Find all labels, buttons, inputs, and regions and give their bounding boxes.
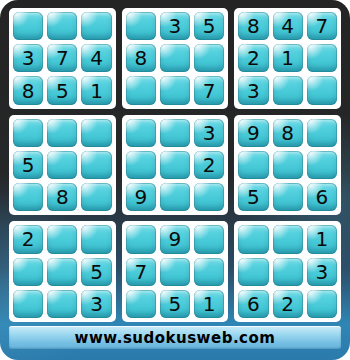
cell-r9c7[interactable]: 6: [238, 290, 268, 318]
cell-r2c1[interactable]: 3: [13, 44, 43, 72]
cell-r5c5[interactable]: [160, 151, 190, 179]
cell-value: 5: [90, 262, 103, 282]
cell-r2c5[interactable]: [160, 44, 190, 72]
cell-value: 3: [22, 48, 35, 68]
cell-r1c5[interactable]: 3: [160, 12, 190, 40]
cell-r7c1[interactable]: 2: [13, 225, 43, 253]
cell-value: 6: [247, 294, 260, 314]
cell-value: 2: [22, 229, 35, 249]
cell-r1c7[interactable]: 8: [238, 12, 268, 40]
cell-value: 7: [56, 48, 69, 68]
cell-r2c9[interactable]: [307, 44, 337, 72]
cell-value: 7: [134, 262, 147, 282]
cell-r5c8[interactable]: [273, 151, 303, 179]
cell-r7c6[interactable]: [194, 225, 224, 253]
cell-value: 3: [169, 16, 182, 36]
block-6: 9856: [234, 115, 341, 216]
block-9: 1362: [234, 221, 341, 322]
block-2: 3587: [122, 8, 229, 109]
cell-r8c1[interactable]: [13, 258, 43, 286]
cell-r4c4[interactable]: [126, 119, 156, 147]
block-3: 847213: [234, 8, 341, 109]
cell-r5c9[interactable]: [307, 151, 337, 179]
cell-value: 8: [134, 48, 147, 68]
cell-r7c5[interactable]: 9: [160, 225, 190, 253]
cell-value: 4: [90, 48, 103, 68]
cell-r9c9[interactable]: [307, 290, 337, 318]
cell-r3c2[interactable]: 5: [47, 76, 77, 104]
cell-r8c8[interactable]: [273, 258, 303, 286]
cell-r8c7[interactable]: [238, 258, 268, 286]
cell-value: 5: [22, 155, 35, 175]
block-1: 374851: [9, 8, 116, 109]
block-8: 9751: [122, 221, 229, 322]
cell-value: 2: [281, 294, 294, 314]
cell-r4c6[interactable]: 3: [194, 119, 224, 147]
cell-r3c6[interactable]: 7: [194, 76, 224, 104]
cell-value: 7: [316, 16, 329, 36]
cell-r7c7[interactable]: [238, 225, 268, 253]
cell-r8c9[interactable]: 3: [307, 258, 337, 286]
cell-r6c5[interactable]: [160, 183, 190, 211]
cell-r9c2[interactable]: [47, 290, 77, 318]
cell-r9c8[interactable]: 2: [273, 290, 303, 318]
cell-r4c7[interactable]: 9: [238, 119, 268, 147]
cell-r6c8[interactable]: [273, 183, 303, 211]
cell-r7c9[interactable]: 1: [307, 225, 337, 253]
cell-r8c2[interactable]: [47, 258, 77, 286]
cell-value: 1: [203, 294, 216, 314]
cell-r1c6[interactable]: 5: [194, 12, 224, 40]
cell-r4c8[interactable]: 8: [273, 119, 303, 147]
footer-bar: www.sudokusweb.com: [9, 326, 341, 349]
cell-r1c4[interactable]: [126, 12, 156, 40]
cell-r6c4[interactable]: 9: [126, 183, 156, 211]
cell-value: 1: [316, 229, 329, 249]
cell-r9c4[interactable]: [126, 290, 156, 318]
cell-r2c7[interactable]: 2: [238, 44, 268, 72]
cell-r9c5[interactable]: 5: [160, 290, 190, 318]
cell-r6c1[interactable]: [13, 183, 43, 211]
cell-r2c3[interactable]: 4: [81, 44, 111, 72]
cell-r7c2[interactable]: [47, 225, 77, 253]
cell-r7c3[interactable]: [81, 225, 111, 253]
cell-r3c7[interactable]: 3: [238, 76, 268, 104]
cell-r8c3[interactable]: 5: [81, 258, 111, 286]
cell-value: 5: [56, 81, 69, 101]
cell-value: 8: [281, 123, 294, 143]
cell-r3c3[interactable]: 1: [81, 76, 111, 104]
sudoku-board: 374851358784721358329985625397511362: [9, 8, 341, 322]
block-7: 253: [9, 221, 116, 322]
cell-value: 2: [203, 155, 216, 175]
cell-r3c9[interactable]: [307, 76, 337, 104]
site-link[interactable]: www.sudokusweb.com: [75, 329, 276, 347]
cell-value: 6: [316, 187, 329, 207]
cell-value: 9: [134, 187, 147, 207]
cell-r6c2[interactable]: 8: [47, 183, 77, 211]
cell-r3c4[interactable]: [126, 76, 156, 104]
cell-value: 3: [316, 262, 329, 282]
cell-r5c2[interactable]: [47, 151, 77, 179]
cell-r1c3[interactable]: [81, 12, 111, 40]
cell-r5c7[interactable]: [238, 151, 268, 179]
cell-value: 5: [247, 187, 260, 207]
cell-r8c5[interactable]: [160, 258, 190, 286]
cell-r5c1[interactable]: 5: [13, 151, 43, 179]
sudoku-widget: 374851358784721358329985625397511362 www…: [0, 0, 350, 360]
cell-value: 3: [203, 123, 216, 143]
cell-r4c2[interactable]: [47, 119, 77, 147]
cell-value: 8: [247, 16, 260, 36]
cell-value: 2: [247, 48, 260, 68]
cell-r4c9[interactable]: [307, 119, 337, 147]
cell-r4c5[interactable]: [160, 119, 190, 147]
cell-r1c9[interactable]: 7: [307, 12, 337, 40]
cell-value: 1: [90, 81, 103, 101]
cell-r5c4[interactable]: [126, 151, 156, 179]
cell-value: 1: [281, 48, 294, 68]
cell-r2c6[interactable]: [194, 44, 224, 72]
cell-value: 5: [169, 294, 182, 314]
cell-r1c2[interactable]: [47, 12, 77, 40]
cell-r9c1[interactable]: [13, 290, 43, 318]
cell-r9c3[interactable]: 3: [81, 290, 111, 318]
cell-r3c8[interactable]: [273, 76, 303, 104]
cell-r3c5[interactable]: [160, 76, 190, 104]
cell-r6c6[interactable]: [194, 183, 224, 211]
cell-r7c4[interactable]: [126, 225, 156, 253]
cell-value: 8: [22, 81, 35, 101]
cell-r5c6[interactable]: 2: [194, 151, 224, 179]
cell-r5c3[interactable]: [81, 151, 111, 179]
cell-r7c8[interactable]: [273, 225, 303, 253]
cell-r1c8[interactable]: 4: [273, 12, 303, 40]
block-5: 329: [122, 115, 229, 216]
cell-r3c1[interactable]: 8: [13, 76, 43, 104]
cell-r6c3[interactable]: [81, 183, 111, 211]
cell-r2c2[interactable]: 7: [47, 44, 77, 72]
cell-value: 8: [56, 187, 69, 207]
block-4: 58: [9, 115, 116, 216]
cell-r4c1[interactable]: [13, 119, 43, 147]
cell-value: 9: [169, 229, 182, 249]
cell-value: 3: [247, 81, 260, 101]
cell-value: 7: [203, 81, 216, 101]
cell-r6c9[interactable]: 6: [307, 183, 337, 211]
cell-r4c3[interactable]: [81, 119, 111, 147]
cell-r1c1[interactable]: [13, 12, 43, 40]
cell-r2c8[interactable]: 1: [273, 44, 303, 72]
cell-r9c6[interactable]: 1: [194, 290, 224, 318]
cell-r6c7[interactable]: 5: [238, 183, 268, 211]
cell-r8c4[interactable]: 7: [126, 258, 156, 286]
cell-value: 3: [90, 294, 103, 314]
cell-r2c4[interactable]: 8: [126, 44, 156, 72]
cell-value: 5: [203, 16, 216, 36]
cell-value: 9: [247, 123, 260, 143]
cell-value: 4: [281, 16, 294, 36]
cell-r8c6[interactable]: [194, 258, 224, 286]
